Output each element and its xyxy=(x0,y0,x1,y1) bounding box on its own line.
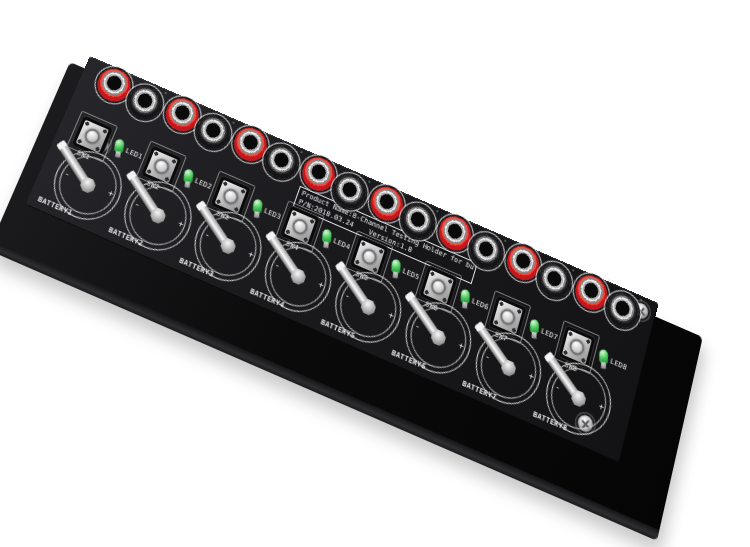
jack-plus-mark: + xyxy=(539,248,545,256)
led-label: LED8 xyxy=(609,358,627,372)
jack-minus-mark: - xyxy=(502,237,508,245)
green-led-icon xyxy=(530,319,539,334)
led-label: LED3 xyxy=(263,208,282,222)
jack-minus-mark: - xyxy=(366,178,372,186)
battery-plus-mark: + xyxy=(598,402,605,412)
jack-minus-mark: - xyxy=(434,208,440,216)
led-label: LED1 xyxy=(124,148,143,162)
green-led-icon xyxy=(252,199,262,214)
jack-plus-mark: + xyxy=(131,71,137,79)
jack-minus-mark: - xyxy=(570,267,576,275)
battery-minus-mark: - xyxy=(203,231,211,241)
battery-plus-mark: + xyxy=(458,341,465,351)
green-led-icon xyxy=(391,259,401,274)
led-label: LED5 xyxy=(401,268,420,282)
jack-plus-mark: + xyxy=(335,159,341,167)
green-led-icon xyxy=(322,229,332,244)
battery-minus-mark: - xyxy=(414,322,421,332)
black-banana-jack xyxy=(398,199,438,243)
black-banana-jack xyxy=(466,229,506,274)
battery-plus-mark: + xyxy=(528,372,535,382)
battery-plus-mark: + xyxy=(247,250,254,260)
jack-plus-mark: + xyxy=(471,218,477,226)
battery-holder: - + xyxy=(538,352,618,446)
jack-plus-mark: + xyxy=(267,130,273,138)
battery-plus-mark: + xyxy=(317,280,324,290)
red-banana-jack xyxy=(572,270,611,315)
led-label: LED4 xyxy=(332,238,351,252)
black-banana-jack xyxy=(535,259,574,304)
black-banana-jack xyxy=(329,170,370,214)
jack-plus-mark: + xyxy=(403,189,409,197)
green-led-icon xyxy=(114,139,125,154)
battery-plus-mark: + xyxy=(107,189,115,199)
green-led-icon xyxy=(599,349,608,364)
jack-minus-mark: - xyxy=(230,119,236,127)
jack-plus-mark: + xyxy=(606,277,612,285)
jack-minus-mark: - xyxy=(638,296,644,304)
battery-minus-mark: - xyxy=(273,261,280,271)
led-label: LED6 xyxy=(471,298,490,312)
red-banana-jack xyxy=(435,211,475,255)
green-led-icon xyxy=(183,169,194,184)
battery-minus-mark: - xyxy=(133,201,141,211)
battery-minus-mark: - xyxy=(63,170,71,180)
battery-holder: - + xyxy=(468,322,549,416)
led-label: LED2 xyxy=(193,178,212,192)
jack-plus-mark: + xyxy=(199,100,205,108)
battery-minus-mark: - xyxy=(484,353,491,363)
jack-minus-mark: - xyxy=(298,149,304,157)
product-photo: Product Name:8-Channel Testing Holder fo… xyxy=(0,0,750,547)
jack-minus-mark: - xyxy=(162,90,168,98)
led-label: LED7 xyxy=(540,328,558,342)
battery-plus-mark: + xyxy=(177,220,185,230)
battery-plus-mark: + xyxy=(387,311,394,321)
battery-minus-mark: - xyxy=(554,383,561,393)
green-led-icon xyxy=(460,289,470,304)
black-banana-jack xyxy=(603,288,642,333)
battery-minus-mark: - xyxy=(344,292,351,302)
red-banana-jack xyxy=(503,241,542,286)
